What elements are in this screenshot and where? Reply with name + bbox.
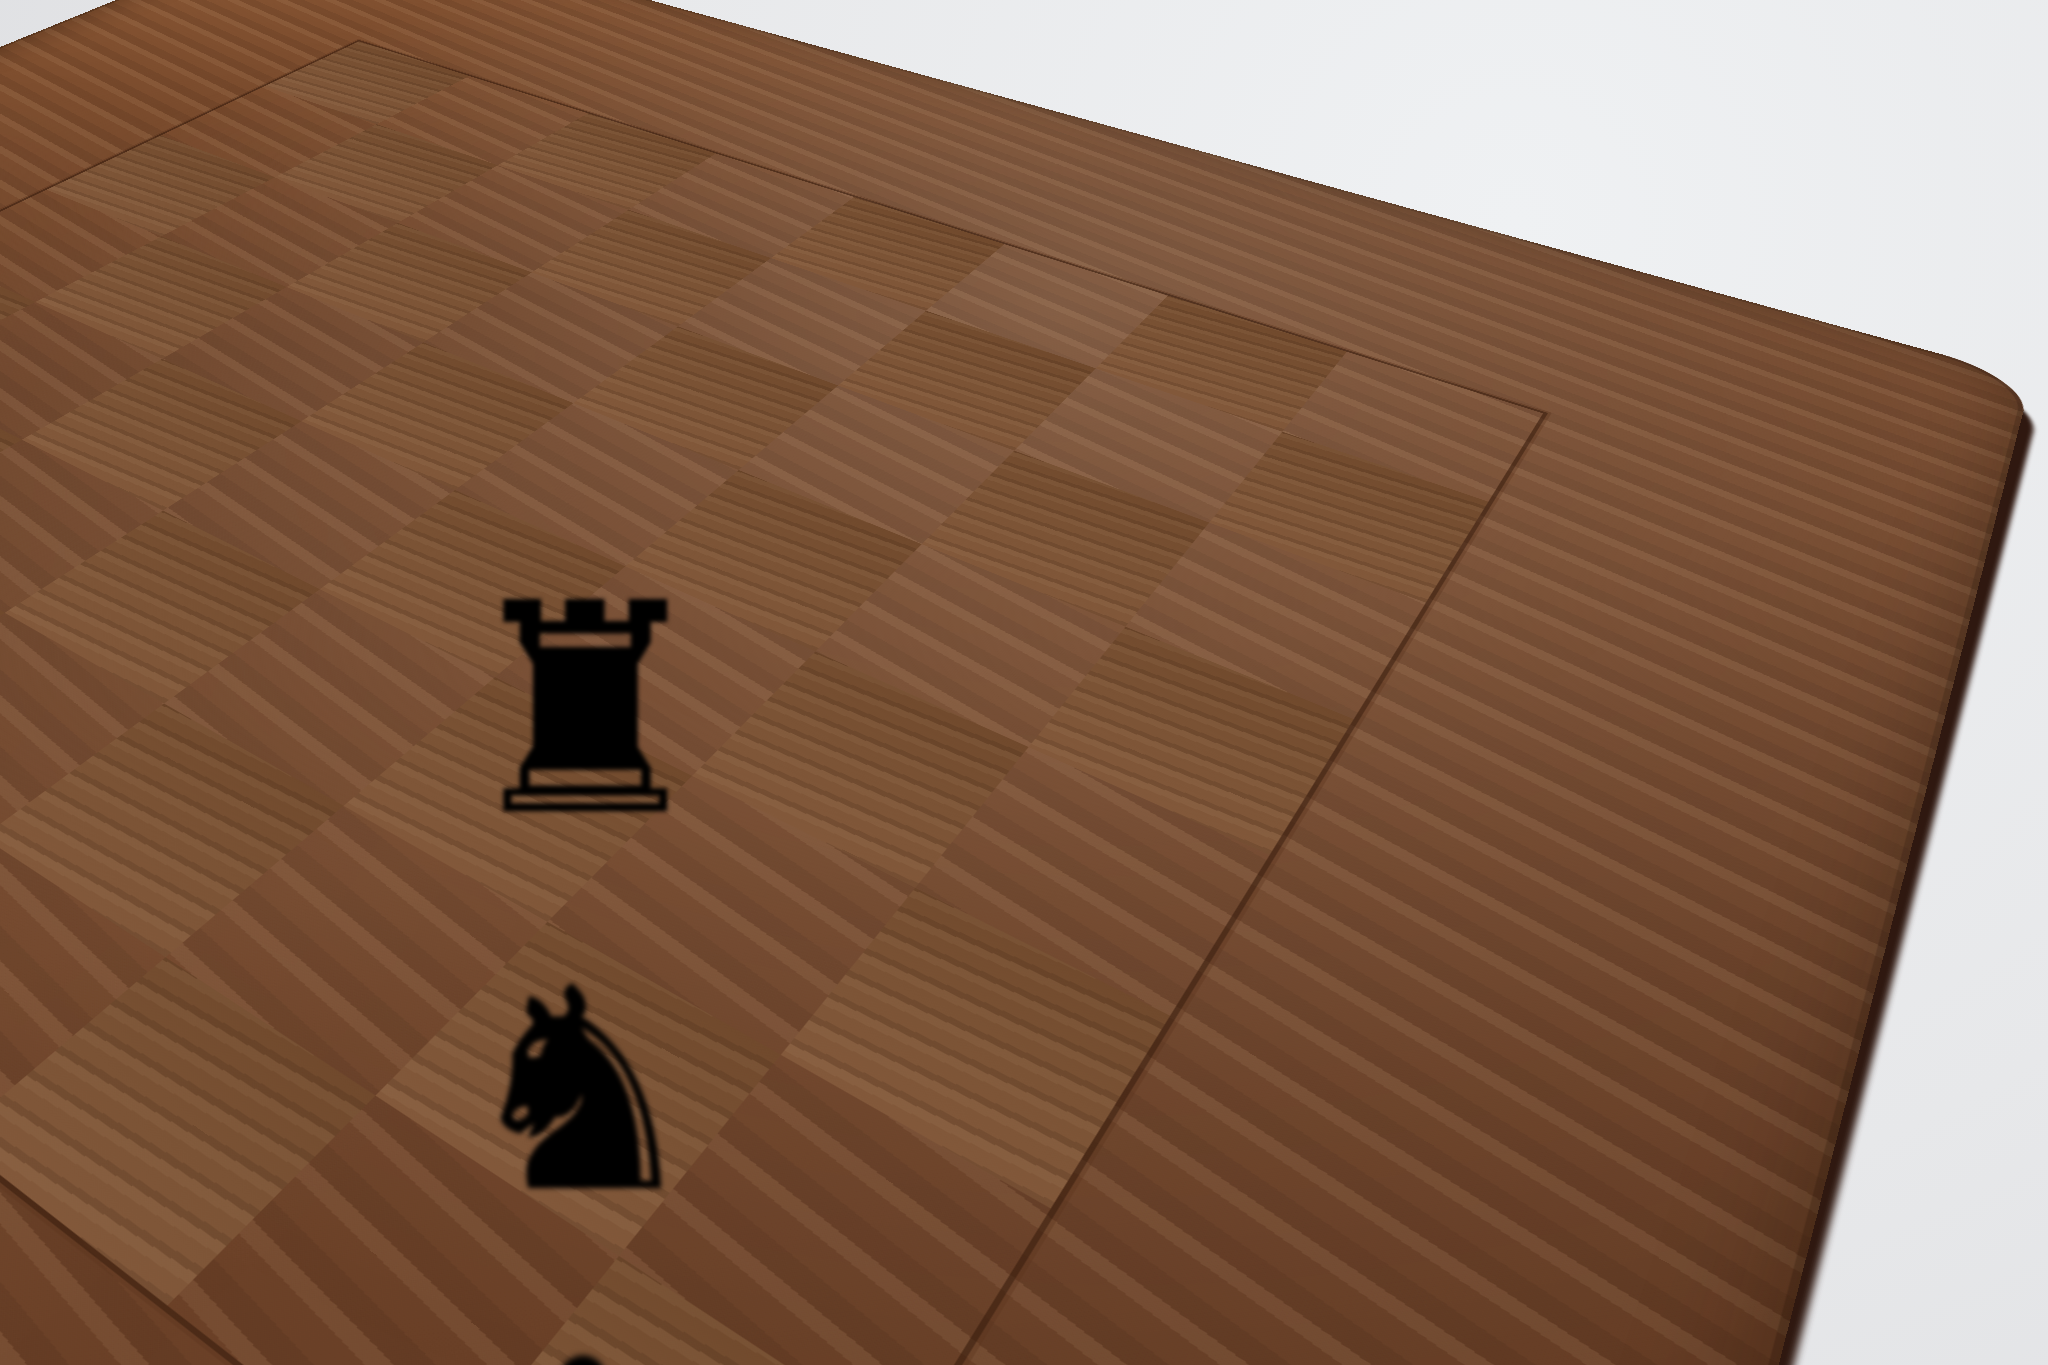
photo-stage: ♜♞♝♛♚♝♞♜♟♟♟♟♟♟♟♟♟♟♟♟♟♟♟♟♜♞♝♛♚♝♞♜ (0, 0, 2048, 1365)
piece-shadow (455, 1254, 605, 1299)
chess-board (0, 0, 2032, 1365)
board-squares (0, 41, 1543, 1365)
rook-icon: ♜ (455, 541, 746, 880)
bishop-icon: ♝ (455, 1299, 741, 1365)
piece-shadow (455, 880, 615, 928)
knight-icon: ♞ (455, 928, 736, 1254)
piece-shadow (455, 490, 626, 541)
